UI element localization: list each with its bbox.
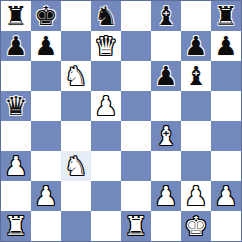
square-f5[interactable] — [151, 91, 181, 121]
square-d8[interactable]: ♞ — [91, 1, 121, 31]
square-a3[interactable]: ♟ — [1, 151, 31, 181]
black-king[interactable]: ♚ — [34, 1, 57, 31]
black-knight[interactable]: ♞ — [94, 1, 117, 31]
square-b7[interactable]: ♟ — [31, 31, 61, 61]
square-g4[interactable] — [181, 121, 211, 151]
square-b4[interactable] — [31, 121, 61, 151]
square-h3[interactable] — [211, 151, 241, 181]
square-d4[interactable] — [91, 121, 121, 151]
white-pawn[interactable]: ♟ — [154, 181, 177, 211]
white-bishop[interactable]: ♝ — [154, 121, 177, 151]
square-h7[interactable]: ♟ — [211, 31, 241, 61]
square-a8[interactable]: ♜ — [1, 1, 31, 31]
chess-board-container: ♜♚♞♝♜♟♟♛♟♟♞♟♝♛♟♝♟♞♟♟♟♟♜♜♚ — [0, 0, 242, 242]
square-a7[interactable]: ♟ — [1, 31, 31, 61]
square-h6[interactable] — [211, 61, 241, 91]
square-d6[interactable] — [91, 61, 121, 91]
white-king[interactable]: ♚ — [184, 211, 207, 241]
square-f7[interactable] — [151, 31, 181, 61]
square-c8[interactable] — [61, 1, 91, 31]
square-c5[interactable] — [61, 91, 91, 121]
black-pawn[interactable]: ♟ — [184, 31, 207, 61]
white-pawn[interactable]: ♟ — [34, 181, 57, 211]
square-b6[interactable] — [31, 61, 61, 91]
square-a4[interactable] — [1, 121, 31, 151]
white-knight[interactable]: ♞ — [64, 61, 87, 91]
square-e7[interactable] — [121, 31, 151, 61]
square-a5[interactable]: ♛ — [1, 91, 31, 121]
white-pawn[interactable]: ♟ — [94, 91, 117, 121]
square-g2[interactable]: ♟ — [181, 181, 211, 211]
square-d2[interactable] — [91, 181, 121, 211]
black-pawn[interactable]: ♟ — [214, 31, 237, 61]
square-d1[interactable] — [91, 211, 121, 241]
square-f3[interactable] — [151, 151, 181, 181]
square-e8[interactable] — [121, 1, 151, 31]
square-d7[interactable]: ♛ — [91, 31, 121, 61]
square-f4[interactable]: ♝ — [151, 121, 181, 151]
white-rook[interactable]: ♜ — [124, 211, 147, 241]
white-rook[interactable]: ♜ — [4, 211, 27, 241]
square-a2[interactable] — [1, 181, 31, 211]
square-f1[interactable] — [151, 211, 181, 241]
square-c3[interactable]: ♞ — [61, 151, 91, 181]
black-bishop[interactable]: ♝ — [184, 61, 207, 91]
square-c1[interactable] — [61, 211, 91, 241]
white-pawn[interactable]: ♟ — [184, 181, 207, 211]
square-g3[interactable] — [181, 151, 211, 181]
square-c6[interactable]: ♞ — [61, 61, 91, 91]
square-h1[interactable] — [211, 211, 241, 241]
black-queen[interactable]: ♛ — [4, 91, 27, 121]
square-h8[interactable]: ♜ — [211, 1, 241, 31]
square-c7[interactable] — [61, 31, 91, 61]
square-b1[interactable] — [31, 211, 61, 241]
square-h2[interactable]: ♟ — [211, 181, 241, 211]
square-a6[interactable] — [1, 61, 31, 91]
black-rook[interactable]: ♜ — [214, 1, 237, 31]
black-pawn[interactable]: ♟ — [4, 31, 27, 61]
black-rook[interactable]: ♜ — [4, 1, 27, 31]
chess-board: ♜♚♞♝♜♟♟♛♟♟♞♟♝♛♟♝♟♞♟♟♟♟♜♜♚ — [0, 0, 242, 242]
square-d5[interactable]: ♟ — [91, 91, 121, 121]
white-pawn[interactable]: ♟ — [4, 151, 27, 181]
square-g7[interactable]: ♟ — [181, 31, 211, 61]
square-e5[interactable] — [121, 91, 151, 121]
square-b8[interactable]: ♚ — [31, 1, 61, 31]
white-queen[interactable]: ♛ — [94, 31, 117, 61]
square-g1[interactable]: ♚ — [181, 211, 211, 241]
square-g6[interactable]: ♝ — [181, 61, 211, 91]
square-g8[interactable] — [181, 1, 211, 31]
black-pawn[interactable]: ♟ — [34, 31, 57, 61]
square-f6[interactable]: ♟ — [151, 61, 181, 91]
square-h4[interactable] — [211, 121, 241, 151]
square-e3[interactable] — [121, 151, 151, 181]
square-c4[interactable] — [61, 121, 91, 151]
square-e6[interactable] — [121, 61, 151, 91]
black-pawn[interactable]: ♟ — [154, 61, 177, 91]
square-d3[interactable] — [91, 151, 121, 181]
square-e1[interactable]: ♜ — [121, 211, 151, 241]
square-e4[interactable] — [121, 121, 151, 151]
black-bishop[interactable]: ♝ — [154, 1, 177, 31]
square-e2[interactable] — [121, 181, 151, 211]
square-b3[interactable] — [31, 151, 61, 181]
square-f2[interactable]: ♟ — [151, 181, 181, 211]
white-pawn[interactable]: ♟ — [214, 181, 237, 211]
square-c2[interactable] — [61, 181, 91, 211]
square-g5[interactable] — [181, 91, 211, 121]
square-f8[interactable]: ♝ — [151, 1, 181, 31]
square-a1[interactable]: ♜ — [1, 211, 31, 241]
square-b2[interactable]: ♟ — [31, 181, 61, 211]
square-h5[interactable] — [211, 91, 241, 121]
white-knight[interactable]: ♞ — [64, 151, 87, 181]
square-b5[interactable] — [31, 91, 61, 121]
